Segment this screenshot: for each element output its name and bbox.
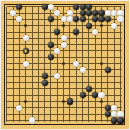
go-board[interactable] [1, 1, 129, 129]
black-stone [42, 80, 48, 86]
white-stone [29, 117, 35, 123]
white-stone [105, 10, 111, 16]
black-stone [42, 4, 48, 10]
black-stone [86, 86, 92, 92]
black-stone [48, 42, 54, 48]
white-stone [23, 61, 29, 67]
black-stone [98, 10, 104, 16]
black-stone [80, 92, 86, 98]
white-stone [48, 4, 54, 10]
go-app-window [0, 0, 130, 130]
white-stone [80, 67, 86, 73]
black-stone [105, 67, 111, 73]
white-stone [98, 92, 104, 98]
black-stone [80, 4, 86, 10]
black-stone [105, 105, 111, 111]
white-stone [117, 111, 123, 117]
white-stone [117, 10, 123, 16]
black-stone [111, 117, 117, 123]
black-stone [117, 117, 123, 123]
black-stone [80, 10, 86, 16]
white-stone [61, 42, 67, 48]
black-stone [23, 48, 29, 54]
last-move-marker [24, 50, 27, 53]
black-stone [86, 23, 92, 29]
black-stone [67, 98, 73, 104]
black-stone [86, 4, 92, 10]
